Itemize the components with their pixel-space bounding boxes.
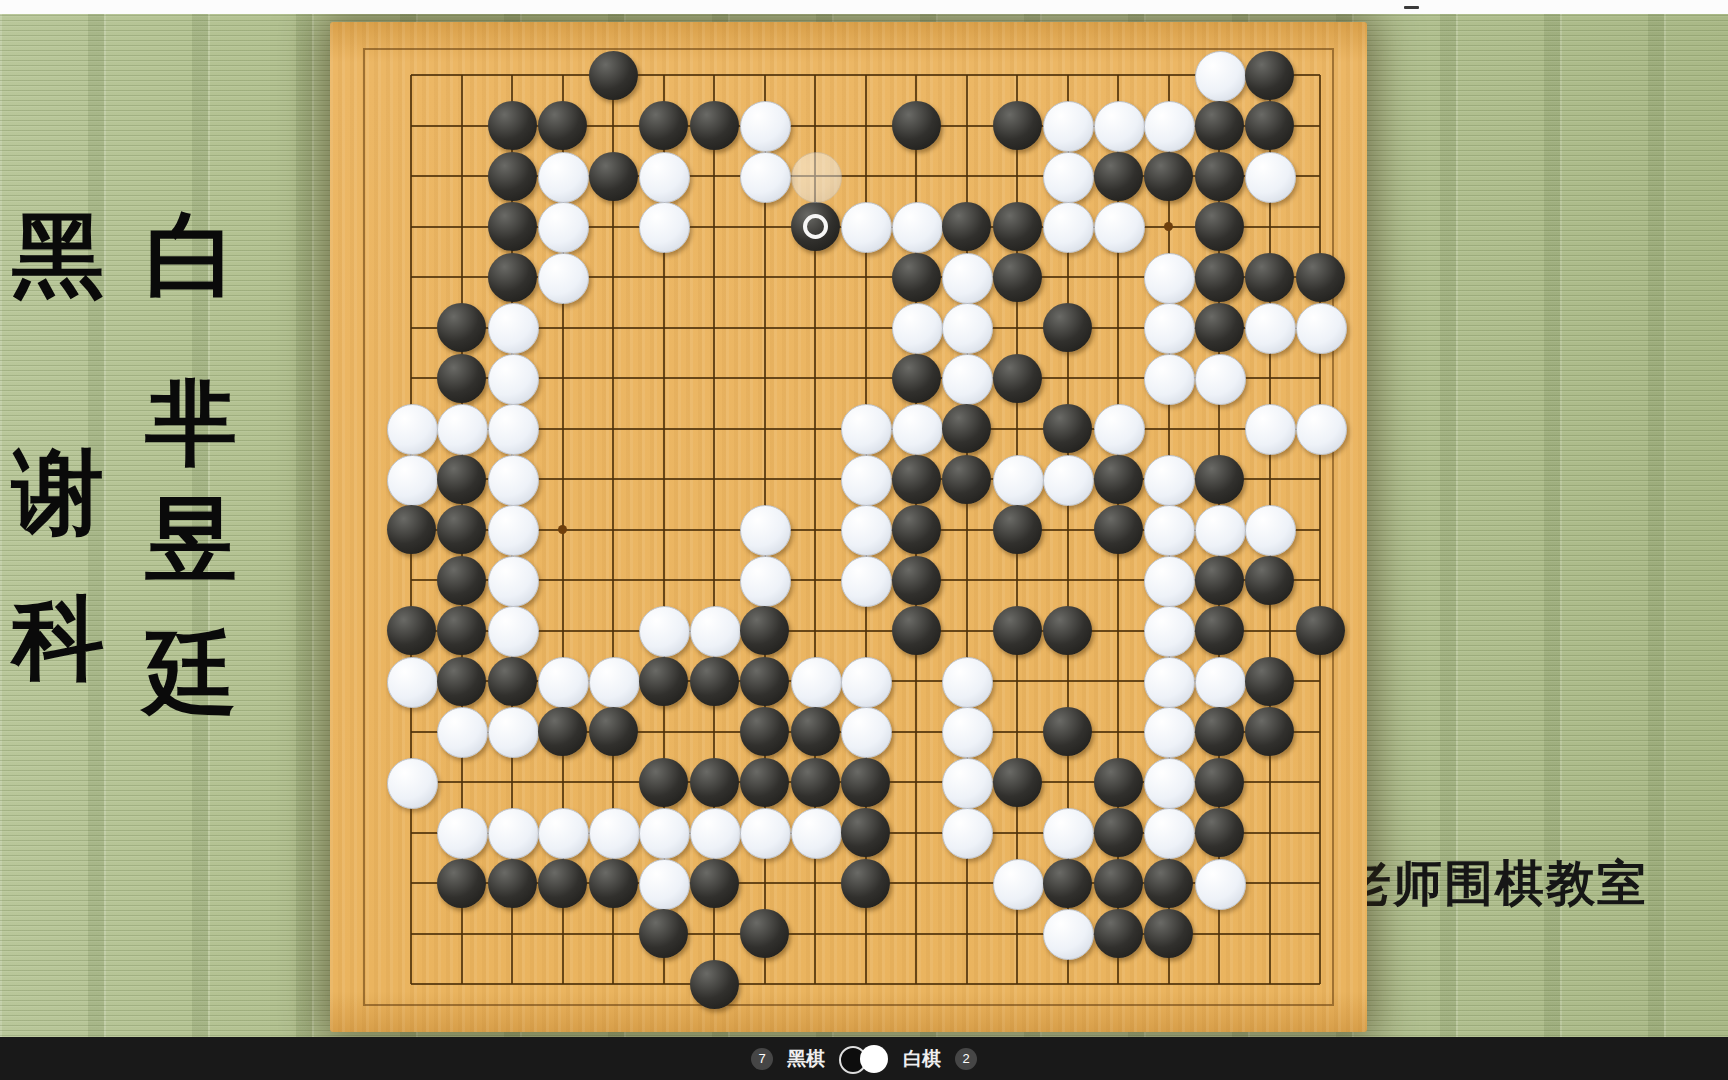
stone-white — [740, 808, 791, 859]
stone-black — [1144, 152, 1193, 201]
stone-white — [1195, 859, 1246, 910]
stone-white — [841, 455, 892, 506]
stone-black — [1195, 556, 1244, 605]
stone-white — [1043, 202, 1094, 253]
stone-white — [892, 404, 943, 455]
stone-white — [841, 707, 892, 758]
stone-white — [1245, 303, 1296, 354]
stone-black — [387, 505, 436, 554]
stone-white — [1195, 657, 1246, 708]
player-label-char: 黑 — [8, 208, 108, 303]
stone-black — [1094, 505, 1143, 554]
stone-black — [1245, 556, 1294, 605]
stone-black — [538, 101, 587, 150]
stone-black — [1043, 707, 1092, 756]
player-label-char: 昱 — [141, 492, 241, 587]
last-move-marker — [803, 214, 828, 239]
stone-white — [488, 404, 539, 455]
stone-black — [488, 152, 537, 201]
stone-white — [993, 859, 1044, 910]
stone-white — [690, 808, 741, 859]
stone-white — [387, 404, 438, 455]
black-captures-badge: 7 — [751, 1048, 773, 1070]
stone-black — [1245, 51, 1294, 100]
stone-white — [1144, 657, 1195, 708]
stone-black — [942, 202, 991, 251]
grid-line-horizontal — [411, 983, 1320, 985]
stone-black — [387, 606, 436, 655]
stone-white — [437, 707, 488, 758]
stone-white — [387, 657, 438, 708]
stone-white — [1144, 303, 1195, 354]
stone-black — [437, 303, 486, 352]
stone-white — [841, 202, 892, 253]
white-label: 白棋 — [903, 1046, 941, 1072]
white-stone-icon — [860, 1045, 888, 1073]
stone-white — [1245, 505, 1296, 556]
stone-black — [892, 101, 941, 150]
stone-white — [538, 253, 589, 304]
stone-black — [740, 606, 789, 655]
player-label-char: 白 — [141, 208, 241, 303]
stone-black — [1043, 606, 1092, 655]
player-label-char: 芈 — [141, 376, 241, 471]
stone-white — [589, 657, 640, 708]
stone-white — [740, 556, 791, 607]
turn-toggle[interactable] — [839, 1045, 889, 1073]
stone-black — [589, 859, 638, 908]
stone-white — [892, 202, 943, 253]
stone-black — [993, 758, 1042, 807]
window-title-bar — [0, 0, 1728, 14]
stone-white — [942, 253, 993, 304]
stone-white — [841, 556, 892, 607]
player-label-char: 谢 — [8, 445, 108, 540]
player-label-char: 廷 — [141, 626, 241, 721]
stone-black — [1195, 253, 1244, 302]
stone-white — [639, 808, 690, 859]
stone-black — [538, 859, 587, 908]
stone-black — [1245, 101, 1294, 150]
black-label: 黑棋 — [787, 1046, 825, 1072]
stone-white — [1144, 707, 1195, 758]
stone-black — [589, 51, 638, 100]
stone-black — [1094, 909, 1143, 958]
stone-black — [1043, 404, 1092, 453]
stone-white — [1245, 404, 1296, 455]
stone-white — [841, 657, 892, 708]
stone-white — [942, 657, 993, 708]
stone-white — [1144, 758, 1195, 809]
stone-white — [1144, 455, 1195, 506]
stone-black — [841, 859, 890, 908]
stone-white — [1043, 152, 1094, 203]
stone-black — [1195, 455, 1244, 504]
stone-white — [387, 455, 438, 506]
stone-white — [538, 152, 589, 203]
stone-black — [1245, 707, 1294, 756]
player-label-char: 科 — [8, 591, 108, 686]
stone-black — [589, 152, 638, 201]
stone-black — [740, 707, 789, 756]
stone-white — [488, 505, 539, 556]
stone-black — [437, 354, 486, 403]
stone-white — [791, 808, 842, 859]
stone-white — [1144, 606, 1195, 657]
stone-white — [488, 707, 539, 758]
stone-black — [1195, 758, 1244, 807]
stone-white — [690, 606, 741, 657]
stone-white — [1195, 505, 1246, 556]
stone-white — [1144, 253, 1195, 304]
stone-black — [488, 202, 537, 251]
stone-white — [538, 808, 589, 859]
stone-white — [488, 455, 539, 506]
stone-black — [1195, 303, 1244, 352]
stone-black — [437, 859, 486, 908]
stone-white — [841, 404, 892, 455]
minimize-icon[interactable] — [1404, 6, 1419, 9]
stone-black — [1195, 101, 1244, 150]
stone-white — [387, 758, 438, 809]
stone-white — [1296, 303, 1347, 354]
stone-white — [1245, 152, 1296, 203]
stone-white — [589, 808, 640, 859]
stone-white — [892, 303, 943, 354]
stone-white — [639, 202, 690, 253]
stone-white — [538, 657, 589, 708]
stone-white — [1195, 354, 1246, 405]
stone-black — [993, 606, 1042, 655]
stone-black — [1144, 859, 1193, 908]
stone-black — [740, 657, 789, 706]
stone-white — [993, 455, 1044, 506]
stone-white — [437, 404, 488, 455]
stone-white — [1094, 404, 1145, 455]
stone-black — [1094, 808, 1143, 857]
stone-white — [639, 859, 690, 910]
stone-black — [892, 455, 941, 504]
stone-white — [1144, 505, 1195, 556]
stone-black — [791, 758, 840, 807]
stone-white — [488, 808, 539, 859]
stone-white — [740, 101, 791, 152]
stone-white — [639, 152, 690, 203]
stone-white — [639, 606, 690, 657]
stone-white — [942, 354, 993, 405]
stone-black — [892, 505, 941, 554]
stone-black — [639, 657, 688, 706]
status-bar: 7 黑棋 白棋 2 — [0, 1037, 1728, 1080]
stone-black — [791, 707, 840, 756]
stone-white — [791, 657, 842, 708]
stone-black — [1094, 859, 1143, 908]
stone-black — [639, 909, 688, 958]
stone-white — [1144, 556, 1195, 607]
stone-black — [892, 556, 941, 605]
stone-black — [690, 960, 739, 1009]
stone-white — [942, 303, 993, 354]
stone-white — [1296, 404, 1347, 455]
stone-black — [993, 101, 1042, 150]
star-point — [558, 525, 567, 534]
stone-black — [1043, 859, 1092, 908]
stone-black — [437, 657, 486, 706]
stone-black — [639, 101, 688, 150]
stone-black — [993, 253, 1042, 302]
stone-black — [488, 859, 537, 908]
white-captures-badge: 2 — [955, 1048, 977, 1070]
stone-black — [740, 909, 789, 958]
stone-black — [841, 758, 890, 807]
stone-black — [892, 606, 941, 655]
stone-black — [488, 253, 537, 302]
stone-black — [437, 505, 486, 554]
stone-white — [841, 505, 892, 556]
stone-white — [488, 354, 539, 405]
stone-white — [1144, 101, 1195, 152]
star-point — [1164, 222, 1173, 231]
go-board[interactable] — [330, 22, 1367, 1032]
stone-black — [1094, 455, 1143, 504]
stone-black — [841, 808, 890, 857]
stone-white — [942, 707, 993, 758]
stone-white — [1043, 455, 1094, 506]
stone-black — [690, 657, 739, 706]
stone-white — [488, 606, 539, 657]
stone-white — [488, 556, 539, 607]
stone-black — [1245, 657, 1294, 706]
stone-black — [589, 707, 638, 756]
stone-black — [942, 404, 991, 453]
stone-black — [1094, 152, 1143, 201]
stone-white — [1195, 51, 1246, 102]
stone-black — [437, 455, 486, 504]
stone-white — [942, 758, 993, 809]
stone-white — [488, 303, 539, 354]
stone-white — [1094, 202, 1145, 253]
stone-black — [993, 505, 1042, 554]
stone-black — [1195, 707, 1244, 756]
stone-white — [942, 808, 993, 859]
stone-white — [1043, 909, 1094, 960]
stone-white — [740, 152, 791, 203]
stone-black — [993, 202, 1042, 251]
stone-black — [437, 556, 486, 605]
stone-white — [1144, 354, 1195, 405]
stone-black — [690, 859, 739, 908]
stone-black — [1195, 202, 1244, 251]
stone-black — [437, 606, 486, 655]
stone-black — [892, 253, 941, 302]
stone-white — [1043, 101, 1094, 152]
stone-black — [1043, 303, 1092, 352]
stone-black — [690, 101, 739, 150]
stone-black — [892, 354, 941, 403]
stone-white — [538, 202, 589, 253]
stone-black — [488, 101, 537, 150]
grid-line-vertical — [1319, 75, 1321, 984]
stone-white — [1144, 808, 1195, 859]
stone-black — [639, 758, 688, 807]
stone-black — [1195, 152, 1244, 201]
stone-black — [488, 657, 537, 706]
stone-black — [690, 758, 739, 807]
stone-black — [740, 758, 789, 807]
stone-black — [1195, 606, 1244, 655]
stone-white — [740, 505, 791, 556]
ghost-stone-white — [791, 152, 842, 203]
stone-white — [437, 808, 488, 859]
stone-black — [1144, 909, 1193, 958]
stone-black — [538, 707, 587, 756]
stone-black — [1296, 253, 1345, 302]
stone-black — [1245, 253, 1294, 302]
stone-black — [1195, 808, 1244, 857]
stone-black — [942, 455, 991, 504]
stone-white — [1094, 101, 1145, 152]
stone-white — [1043, 808, 1094, 859]
stone-black — [1094, 758, 1143, 807]
stone-black — [1296, 606, 1345, 655]
stone-black — [993, 354, 1042, 403]
